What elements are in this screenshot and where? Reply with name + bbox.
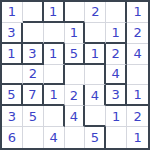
cell-r4c2[interactable]: 2 <box>23 65 44 86</box>
cell-r1c3[interactable]: 1 <box>44 2 65 23</box>
cell-r4c5[interactable] <box>85 65 106 86</box>
cell-r2c2[interactable] <box>23 23 44 44</box>
cell-r3c6[interactable]: 2 <box>106 44 127 65</box>
cell-r3c3[interactable]: 1 <box>44 44 65 65</box>
cell-r1c5[interactable]: 2 <box>85 2 106 23</box>
cell-r6c4[interactable]: 4 <box>65 106 86 127</box>
cell-r3c7[interactable]: 4 <box>127 44 148 65</box>
cell-r6c3[interactable] <box>44 106 65 127</box>
cell-r6c6[interactable]: 1 <box>106 106 127 127</box>
cell-r5c7[interactable]: 1 <box>127 85 148 106</box>
cell-r4c1[interactable] <box>2 65 23 86</box>
cell-r7c2[interactable] <box>23 127 44 148</box>
cell-r3c2[interactable]: 3 <box>23 44 44 65</box>
cell-r7c4[interactable] <box>65 127 86 148</box>
cell-r4c7[interactable] <box>127 65 148 86</box>
cell-r2c4[interactable]: 1 <box>65 23 86 44</box>
cell-r7c3[interactable]: 4 <box>44 127 65 148</box>
cell-r7c1[interactable]: 6 <box>2 127 23 148</box>
cell-r2c1[interactable]: 3 <box>2 23 23 44</box>
cell-r1c2[interactable] <box>23 2 44 23</box>
cell-r5c1[interactable]: 5 <box>2 85 23 106</box>
cell-r2c6[interactable]: 1 <box>106 23 127 44</box>
cell-r7c6[interactable] <box>106 127 127 148</box>
cell-r2c3[interactable] <box>44 23 65 44</box>
cell-r1c4[interactable] <box>65 2 86 23</box>
cell-r1c6[interactable] <box>106 2 127 23</box>
puzzle-board: 112131121315124245712431354126451 <box>0 0 150 150</box>
cell-r4c3[interactable] <box>44 65 65 86</box>
cell-r4c4[interactable] <box>65 65 86 86</box>
cell-r7c5[interactable]: 5 <box>85 127 106 148</box>
cell-r6c2[interactable]: 5 <box>23 106 44 127</box>
cell-r3c5[interactable]: 1 <box>85 44 106 65</box>
cell-r2c7[interactable]: 2 <box>127 23 148 44</box>
cell-r3c1[interactable]: 1 <box>2 44 23 65</box>
cell-r3c4[interactable]: 5 <box>65 44 86 65</box>
cell-r5c6[interactable]: 3 <box>106 85 127 106</box>
cell-r5c3[interactable]: 1 <box>44 85 65 106</box>
cell-r5c2[interactable]: 7 <box>23 85 44 106</box>
cell-r4c6[interactable]: 4 <box>106 65 127 86</box>
cell-r6c5[interactable] <box>85 106 106 127</box>
cell-r7c7[interactable]: 1 <box>127 127 148 148</box>
cell-r1c1[interactable]: 1 <box>2 2 23 23</box>
cell-r2c5[interactable] <box>85 23 106 44</box>
cell-r6c7[interactable]: 2 <box>127 106 148 127</box>
cell-r5c5[interactable]: 4 <box>85 85 106 106</box>
cell-r5c4[interactable]: 2 <box>65 85 86 106</box>
cell-r1c7[interactable]: 1 <box>127 2 148 23</box>
cell-r6c1[interactable]: 3 <box>2 106 23 127</box>
